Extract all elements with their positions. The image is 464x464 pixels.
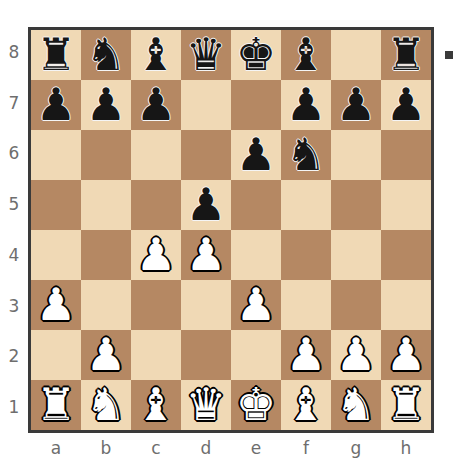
rank-label-2: 2 bbox=[0, 332, 28, 383]
piece-br-h8[interactable]: ♜ bbox=[386, 30, 426, 80]
piece-bq-d8[interactable]: ♛ bbox=[186, 30, 226, 80]
piece-wp-g2[interactable]: ♟ bbox=[336, 330, 376, 380]
chess-board-page: 87654321 ♜♞♝♛♚♝♜♟♟♟♟♟♟♟♞♟♟♟♟♟♟♟♟♟♜♞♝♛♚♝♞… bbox=[0, 0, 464, 464]
square-b8[interactable]: ♞ bbox=[81, 30, 131, 80]
square-b2[interactable]: ♟ bbox=[81, 330, 131, 380]
square-b6[interactable] bbox=[81, 130, 131, 180]
square-e5[interactable] bbox=[231, 180, 281, 230]
rank-label-5: 5 bbox=[0, 179, 28, 230]
square-c5[interactable] bbox=[131, 180, 181, 230]
square-c8[interactable]: ♝ bbox=[131, 30, 181, 80]
square-e6[interactable]: ♟ bbox=[231, 130, 281, 180]
piece-wb-f1[interactable]: ♝ bbox=[286, 380, 326, 430]
chess-board[interactable]: ♜♞♝♛♚♝♜♟♟♟♟♟♟♟♞♟♟♟♟♟♟♟♟♟♜♞♝♛♚♝♞♜ bbox=[31, 30, 431, 430]
square-f1[interactable]: ♝ bbox=[281, 380, 331, 430]
square-d3[interactable] bbox=[181, 280, 231, 330]
square-h5[interactable] bbox=[381, 180, 431, 230]
square-a7[interactable]: ♟ bbox=[31, 80, 81, 130]
piece-wp-h2[interactable]: ♟ bbox=[386, 330, 426, 380]
file-label-a: a bbox=[31, 433, 81, 463]
square-f7[interactable]: ♟ bbox=[281, 80, 331, 130]
square-h4[interactable] bbox=[381, 230, 431, 280]
board-frame: ♜♞♝♛♚♝♜♟♟♟♟♟♟♟♞♟♟♟♟♟♟♟♟♟♜♞♝♛♚♝♞♜ bbox=[28, 27, 434, 433]
piece-bn-f6[interactable]: ♞ bbox=[286, 130, 326, 180]
piece-bp-d5[interactable]: ♟ bbox=[186, 180, 226, 230]
square-d6[interactable] bbox=[181, 130, 231, 180]
piece-wb-c1[interactable]: ♝ bbox=[136, 380, 176, 430]
square-h8[interactable]: ♜ bbox=[381, 30, 431, 80]
square-b1[interactable]: ♞ bbox=[81, 380, 131, 430]
square-g7[interactable]: ♟ bbox=[331, 80, 381, 130]
square-c2[interactable] bbox=[131, 330, 181, 380]
square-h7[interactable]: ♟ bbox=[381, 80, 431, 130]
square-e1[interactable]: ♚ bbox=[231, 380, 281, 430]
piece-wq-d1[interactable]: ♛ bbox=[186, 380, 226, 430]
square-h6[interactable] bbox=[381, 130, 431, 180]
piece-wp-c4[interactable]: ♟ bbox=[136, 230, 176, 280]
file-label-e: e bbox=[231, 433, 281, 463]
piece-wn-b1[interactable]: ♞ bbox=[86, 380, 126, 430]
square-d4[interactable]: ♟ bbox=[181, 230, 231, 280]
square-g8[interactable] bbox=[331, 30, 381, 80]
square-a5[interactable] bbox=[31, 180, 81, 230]
piece-wr-h1[interactable]: ♜ bbox=[386, 380, 426, 430]
square-h1[interactable]: ♜ bbox=[381, 380, 431, 430]
square-g5[interactable] bbox=[331, 180, 381, 230]
square-e2[interactable] bbox=[231, 330, 281, 380]
piece-bp-c7[interactable]: ♟ bbox=[136, 80, 176, 130]
square-a4[interactable] bbox=[31, 230, 81, 280]
piece-wp-b2[interactable]: ♟ bbox=[86, 330, 126, 380]
square-d2[interactable] bbox=[181, 330, 231, 380]
square-c1[interactable]: ♝ bbox=[131, 380, 181, 430]
piece-wp-e3[interactable]: ♟ bbox=[236, 280, 276, 330]
rank-labels: 87654321 bbox=[0, 27, 28, 433]
rank-label-7: 7 bbox=[0, 78, 28, 129]
square-c3[interactable] bbox=[131, 280, 181, 330]
piece-bp-a7[interactable]: ♟ bbox=[36, 80, 76, 130]
square-h2[interactable]: ♟ bbox=[381, 330, 431, 380]
square-b5[interactable] bbox=[81, 180, 131, 230]
square-a3[interactable]: ♟ bbox=[31, 280, 81, 330]
piece-wp-a3[interactable]: ♟ bbox=[36, 280, 76, 330]
piece-bn-b8[interactable]: ♞ bbox=[86, 30, 126, 80]
square-g6[interactable] bbox=[331, 130, 381, 180]
rank-label-4: 4 bbox=[0, 230, 28, 281]
piece-wk-e1[interactable]: ♚ bbox=[236, 380, 276, 430]
square-a1[interactable]: ♜ bbox=[31, 380, 81, 430]
square-e4[interactable] bbox=[231, 230, 281, 280]
rank-label-6: 6 bbox=[0, 129, 28, 180]
square-e8[interactable]: ♚ bbox=[231, 30, 281, 80]
square-g4[interactable] bbox=[331, 230, 381, 280]
square-a6[interactable] bbox=[31, 130, 81, 180]
piece-bp-h7[interactable]: ♟ bbox=[386, 80, 426, 130]
rank-label-1: 1 bbox=[0, 382, 28, 433]
square-g1[interactable]: ♞ bbox=[331, 380, 381, 430]
file-label-d: d bbox=[181, 433, 231, 463]
square-f3[interactable] bbox=[281, 280, 331, 330]
square-d1[interactable]: ♛ bbox=[181, 380, 231, 430]
file-label-h: h bbox=[381, 433, 431, 463]
square-b7[interactable]: ♟ bbox=[81, 80, 131, 130]
piece-br-a8[interactable]: ♜ bbox=[36, 30, 76, 80]
piece-bk-e8[interactable]: ♚ bbox=[236, 30, 276, 80]
square-b3[interactable] bbox=[81, 280, 131, 330]
piece-wn-g1[interactable]: ♞ bbox=[336, 380, 376, 430]
square-a8[interactable]: ♜ bbox=[31, 30, 81, 80]
square-f5[interactable] bbox=[281, 180, 331, 230]
square-a2[interactable] bbox=[31, 330, 81, 380]
square-g3[interactable] bbox=[331, 280, 381, 330]
piece-bp-b7[interactable]: ♟ bbox=[86, 80, 126, 130]
square-e3[interactable]: ♟ bbox=[231, 280, 281, 330]
piece-wp-f2[interactable]: ♟ bbox=[286, 330, 326, 380]
square-c6[interactable] bbox=[131, 130, 181, 180]
square-d7[interactable] bbox=[181, 80, 231, 130]
square-f8[interactable]: ♝ bbox=[281, 30, 331, 80]
piece-bp-g7[interactable]: ♟ bbox=[336, 80, 376, 130]
turn-indicator-black-to-move bbox=[445, 51, 453, 59]
square-c4[interactable]: ♟ bbox=[131, 230, 181, 280]
piece-bp-f7[interactable]: ♟ bbox=[286, 80, 326, 130]
rank-label-8: 8 bbox=[0, 27, 28, 78]
piece-wp-d4[interactable]: ♟ bbox=[186, 230, 226, 280]
file-label-c: c bbox=[131, 433, 181, 463]
square-h3[interactable] bbox=[381, 280, 431, 330]
square-g2[interactable]: ♟ bbox=[331, 330, 381, 380]
file-label-f: f bbox=[281, 433, 331, 463]
rank-label-3: 3 bbox=[0, 281, 28, 332]
square-f2[interactable]: ♟ bbox=[281, 330, 331, 380]
piece-bp-e6[interactable]: ♟ bbox=[236, 130, 276, 180]
square-d8[interactable]: ♛ bbox=[181, 30, 231, 80]
square-e7[interactable] bbox=[231, 80, 281, 130]
file-label-g: g bbox=[331, 433, 381, 463]
file-label-b: b bbox=[81, 433, 131, 463]
square-c7[interactable]: ♟ bbox=[131, 80, 181, 130]
piece-bb-c8[interactable]: ♝ bbox=[136, 30, 176, 80]
piece-bb-f8[interactable]: ♝ bbox=[286, 30, 326, 80]
square-f6[interactable]: ♞ bbox=[281, 130, 331, 180]
square-f4[interactable] bbox=[281, 230, 331, 280]
file-labels: abcdefgh bbox=[31, 433, 431, 463]
piece-wr-a1[interactable]: ♜ bbox=[36, 380, 76, 430]
square-d5[interactable]: ♟ bbox=[181, 180, 231, 230]
square-b4[interactable] bbox=[81, 230, 131, 280]
